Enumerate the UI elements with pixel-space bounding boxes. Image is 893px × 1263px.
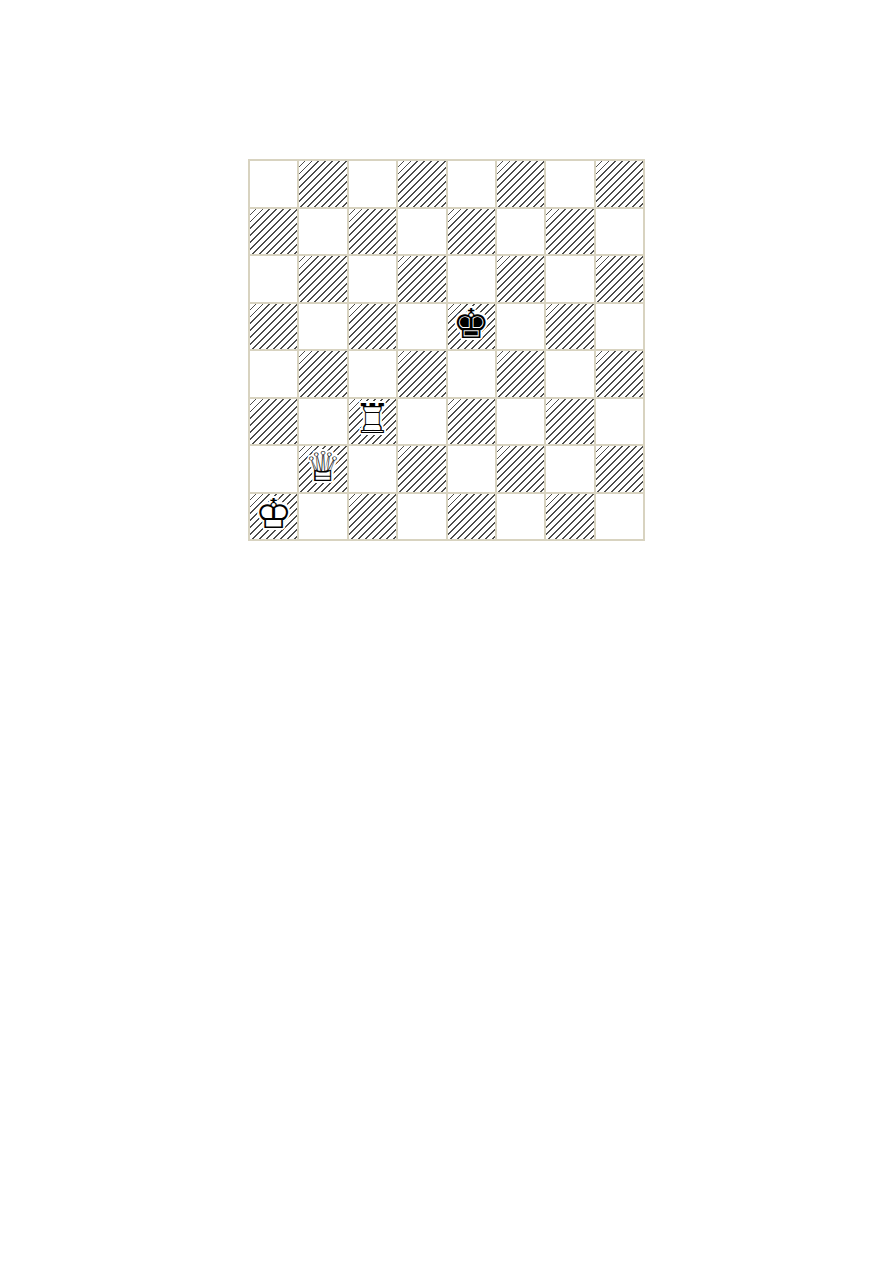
square-e3[interactable] (448, 399, 495, 445)
square-f6[interactable] (497, 256, 544, 302)
square-f1[interactable] (497, 494, 544, 540)
square-a1[interactable]: ♚♔ (250, 494, 297, 540)
square-g2[interactable] (546, 446, 593, 492)
square-f8[interactable] (497, 161, 544, 207)
square-c1[interactable] (349, 494, 396, 540)
square-g3[interactable] (546, 399, 593, 445)
square-a2[interactable] (250, 446, 297, 492)
square-f3[interactable] (497, 399, 544, 445)
square-c3[interactable]: ♜♖ (349, 399, 396, 445)
square-c6[interactable] (349, 256, 396, 302)
square-f5[interactable] (497, 304, 544, 350)
square-h5[interactable] (596, 304, 643, 350)
square-d7[interactable] (398, 209, 445, 255)
square-c4[interactable] (349, 351, 396, 397)
square-d8[interactable] (398, 161, 445, 207)
square-b1[interactable] (299, 494, 346, 540)
square-a4[interactable] (250, 351, 297, 397)
square-h6[interactable] (596, 256, 643, 302)
page: ♚♚♜♖♛♕♚♔ (0, 0, 893, 1263)
square-e6[interactable] (448, 256, 495, 302)
square-d6[interactable] (398, 256, 445, 302)
square-h7[interactable] (596, 209, 643, 255)
square-g5[interactable] (546, 304, 593, 350)
square-c8[interactable] (349, 161, 396, 207)
white-king-glyph: ♔ (255, 494, 292, 535)
square-a7[interactable] (250, 209, 297, 255)
square-h8[interactable] (596, 161, 643, 207)
chess-board: ♚♚♜♖♛♕♚♔ (248, 159, 645, 541)
square-g1[interactable] (546, 494, 593, 540)
square-f7[interactable] (497, 209, 544, 255)
square-h1[interactable] (596, 494, 643, 540)
white-king-piece[interactable]: ♚♔ (250, 494, 297, 540)
square-c5[interactable] (349, 304, 396, 350)
white-queen-glyph: ♕ (305, 447, 342, 488)
square-c7[interactable] (349, 209, 396, 255)
square-e5[interactable]: ♚♚ (448, 304, 495, 350)
square-b2[interactable]: ♛♕ (299, 446, 346, 492)
square-e7[interactable] (448, 209, 495, 255)
square-g4[interactable] (546, 351, 593, 397)
square-f4[interactable] (497, 351, 544, 397)
square-e1[interactable] (448, 494, 495, 540)
square-g8[interactable] (546, 161, 593, 207)
square-a8[interactable] (250, 161, 297, 207)
square-d1[interactable] (398, 494, 445, 540)
square-d3[interactable] (398, 399, 445, 445)
black-king-piece[interactable]: ♚♚ (448, 304, 495, 350)
square-b8[interactable] (299, 161, 346, 207)
white-queen-piece[interactable]: ♛♕ (299, 446, 346, 492)
black-king-glyph: ♚ (453, 304, 490, 345)
white-rook-glyph: ♖ (354, 399, 391, 440)
white-rook-piece[interactable]: ♜♖ (349, 399, 396, 445)
square-e4[interactable] (448, 351, 495, 397)
square-f2[interactable] (497, 446, 544, 492)
square-a6[interactable] (250, 256, 297, 302)
square-d2[interactable] (398, 446, 445, 492)
square-a3[interactable] (250, 399, 297, 445)
square-c2[interactable] (349, 446, 396, 492)
square-d5[interactable] (398, 304, 445, 350)
square-b3[interactable] (299, 399, 346, 445)
square-a5[interactable] (250, 304, 297, 350)
square-b6[interactable] (299, 256, 346, 302)
square-b7[interactable] (299, 209, 346, 255)
square-e8[interactable] (448, 161, 495, 207)
square-h2[interactable] (596, 446, 643, 492)
square-h3[interactable] (596, 399, 643, 445)
square-b5[interactable] (299, 304, 346, 350)
square-d4[interactable] (398, 351, 445, 397)
square-g7[interactable] (546, 209, 593, 255)
square-g6[interactable] (546, 256, 593, 302)
square-e2[interactable] (448, 446, 495, 492)
square-h4[interactable] (596, 351, 643, 397)
square-b4[interactable] (299, 351, 346, 397)
